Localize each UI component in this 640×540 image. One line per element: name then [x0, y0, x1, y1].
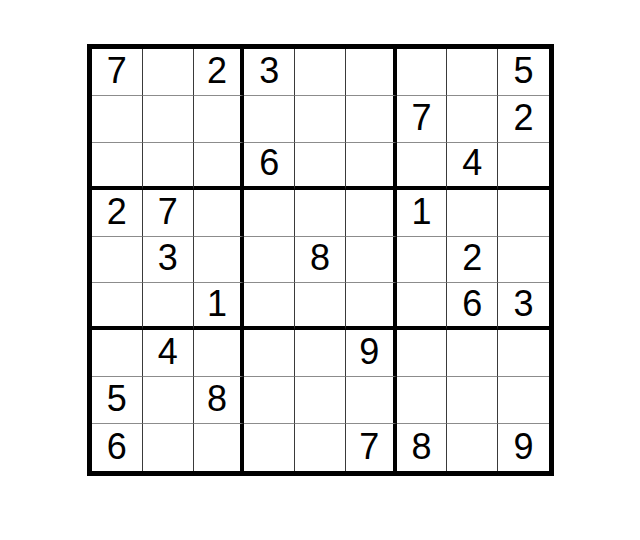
- cell-r3c2-empty[interactable]: [143, 143, 194, 190]
- cell-r6c1-empty[interactable]: [92, 283, 143, 330]
- cell-r4c3-empty[interactable]: [194, 190, 245, 237]
- cell-r6c7-empty[interactable]: [397, 283, 448, 330]
- cell-r3c3-empty[interactable]: [194, 143, 245, 190]
- cell-r1c9-given[interactable]: 5: [498, 49, 549, 96]
- cell-r2c1-empty[interactable]: [92, 96, 143, 143]
- cell-r5c5-given[interactable]: 8: [295, 237, 346, 284]
- cell-r9c6-given[interactable]: 7: [346, 424, 397, 471]
- cell-r9c4-empty[interactable]: [244, 424, 295, 471]
- cell-r1c8-empty[interactable]: [447, 49, 498, 96]
- cell-r5c6-empty[interactable]: [346, 237, 397, 284]
- cell-r3c4-given[interactable]: 6: [244, 143, 295, 190]
- cell-r6c4-empty[interactable]: [244, 283, 295, 330]
- cell-r4c1-given[interactable]: 2: [92, 190, 143, 237]
- cell-r6c6-empty[interactable]: [346, 283, 397, 330]
- cell-r8c2-empty[interactable]: [143, 377, 194, 424]
- cell-r1c3-given[interactable]: 2: [194, 49, 245, 96]
- cell-r3c8-given[interactable]: 4: [447, 143, 498, 190]
- cell-r5c2-given[interactable]: 3: [143, 237, 194, 284]
- cell-r7c8-empty[interactable]: [447, 330, 498, 377]
- cell-r4c9-empty[interactable]: [498, 190, 549, 237]
- cell-r8c3-given[interactable]: 8: [194, 377, 245, 424]
- cell-r1c2-empty[interactable]: [143, 49, 194, 96]
- cell-r2c2-empty[interactable]: [143, 96, 194, 143]
- cell-r8c6-empty[interactable]: [346, 377, 397, 424]
- cell-r7c1-empty[interactable]: [92, 330, 143, 377]
- cell-r5c4-empty[interactable]: [244, 237, 295, 284]
- cell-r6c3-given[interactable]: 1: [194, 283, 245, 330]
- cell-r5c8-given[interactable]: 2: [447, 237, 498, 284]
- cell-r4c4-empty[interactable]: [244, 190, 295, 237]
- cell-r3c1-empty[interactable]: [92, 143, 143, 190]
- cell-r9c2-empty[interactable]: [143, 424, 194, 471]
- cell-r7c4-empty[interactable]: [244, 330, 295, 377]
- cell-r6c8-given[interactable]: 6: [447, 283, 498, 330]
- cell-r1c5-empty[interactable]: [295, 49, 346, 96]
- cell-r5c9-empty[interactable]: [498, 237, 549, 284]
- cell-r6c5-empty[interactable]: [295, 283, 346, 330]
- cell-r8c7-empty[interactable]: [397, 377, 448, 424]
- cell-r4c6-empty[interactable]: [346, 190, 397, 237]
- cell-r3c7-empty[interactable]: [397, 143, 448, 190]
- cell-r3c9-empty[interactable]: [498, 143, 549, 190]
- cell-r8c1-given[interactable]: 5: [92, 377, 143, 424]
- cell-r2c3-empty[interactable]: [194, 96, 245, 143]
- cell-r8c9-empty[interactable]: [498, 377, 549, 424]
- cell-r2c5-empty[interactable]: [295, 96, 346, 143]
- cell-r7c5-empty[interactable]: [295, 330, 346, 377]
- cell-r9c9-given[interactable]: 9: [498, 424, 549, 471]
- cell-r2c7-given[interactable]: 7: [397, 96, 448, 143]
- cell-r3c5-empty[interactable]: [295, 143, 346, 190]
- cell-r4c2-given[interactable]: 7: [143, 190, 194, 237]
- cell-r5c7-empty[interactable]: [397, 237, 448, 284]
- sudoku-board: 7235726427138216349586789: [87, 44, 554, 476]
- cell-r9c8-empty[interactable]: [447, 424, 498, 471]
- cell-r9c7-given[interactable]: 8: [397, 424, 448, 471]
- cell-r5c1-empty[interactable]: [92, 237, 143, 284]
- cell-r3c6-empty[interactable]: [346, 143, 397, 190]
- cell-r2c8-empty[interactable]: [447, 96, 498, 143]
- cell-r7c2-given[interactable]: 4: [143, 330, 194, 377]
- cell-r2c4-empty[interactable]: [244, 96, 295, 143]
- cell-r6c2-empty[interactable]: [143, 283, 194, 330]
- cell-r1c6-empty[interactable]: [346, 49, 397, 96]
- cell-r7c9-empty[interactable]: [498, 330, 549, 377]
- cell-r1c7-empty[interactable]: [397, 49, 448, 96]
- cell-r7c3-empty[interactable]: [194, 330, 245, 377]
- cell-r1c4-given[interactable]: 3: [244, 49, 295, 96]
- cell-r2c6-empty[interactable]: [346, 96, 397, 143]
- cell-r1c1-given[interactable]: 7: [92, 49, 143, 96]
- cell-r4c7-given[interactable]: 1: [397, 190, 448, 237]
- cell-r5c3-empty[interactable]: [194, 237, 245, 284]
- cell-r2c9-given[interactable]: 2: [498, 96, 549, 143]
- cell-r9c1-given[interactable]: 6: [92, 424, 143, 471]
- cell-r7c6-given[interactable]: 9: [346, 330, 397, 377]
- cell-r6c9-given[interactable]: 3: [498, 283, 549, 330]
- cell-r4c8-empty[interactable]: [447, 190, 498, 237]
- cell-r4c5-empty[interactable]: [295, 190, 346, 237]
- cell-r9c3-empty[interactable]: [194, 424, 245, 471]
- cell-r8c8-empty[interactable]: [447, 377, 498, 424]
- cell-r9c5-empty[interactable]: [295, 424, 346, 471]
- cell-r7c7-empty[interactable]: [397, 330, 448, 377]
- cell-r8c5-empty[interactable]: [295, 377, 346, 424]
- cell-r8c4-empty[interactable]: [244, 377, 295, 424]
